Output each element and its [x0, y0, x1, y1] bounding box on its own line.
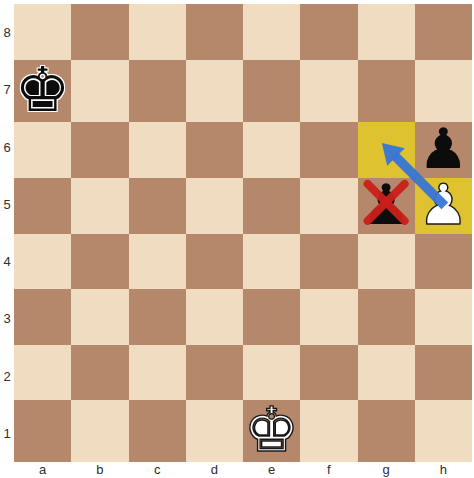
square-a1[interactable] — [14, 400, 71, 462]
square-e6[interactable] — [243, 122, 300, 178]
square-f3[interactable] — [300, 289, 357, 345]
square-c8[interactable] — [129, 4, 186, 60]
square-b1[interactable] — [71, 400, 128, 462]
file-label-c: c — [129, 462, 186, 478]
square-d5[interactable] — [186, 178, 243, 234]
file-label-g: g — [358, 462, 415, 478]
file-label-b: b — [71, 462, 128, 478]
square-b5[interactable] — [71, 178, 128, 234]
square-a6[interactable] — [14, 122, 71, 178]
rank-label-8: 8 — [0, 4, 14, 61]
square-g5[interactable]: ♟ — [358, 178, 415, 234]
piece-black-pawn[interactable]: ♟ — [418, 121, 468, 177]
rank-labels: 87654321 — [0, 4, 14, 462]
square-a5[interactable] — [14, 178, 71, 234]
file-label-a: a — [14, 462, 71, 478]
square-b6[interactable] — [71, 122, 128, 178]
square-h4[interactable] — [415, 234, 472, 290]
file-label-d: d — [186, 462, 243, 478]
square-f6[interactable] — [300, 122, 357, 178]
square-b8[interactable] — [71, 4, 128, 60]
square-h6[interactable]: ♟ — [415, 122, 472, 178]
rank-label-5: 5 — [0, 176, 14, 233]
square-a4[interactable] — [14, 234, 71, 290]
file-label-e: e — [243, 462, 300, 478]
square-g8[interactable] — [358, 4, 415, 60]
chess-board-screenshot: 87654321 ♚♟♟♟♚ abcdefgh — [0, 0, 474, 478]
rank-label-1: 1 — [0, 405, 14, 462]
rank-label-4: 4 — [0, 233, 14, 290]
square-h3[interactable] — [415, 289, 472, 345]
rank-label-3: 3 — [0, 290, 14, 347]
square-a7[interactable]: ♚ — [14, 60, 71, 122]
square-g7[interactable] — [358, 60, 415, 122]
square-e8[interactable] — [243, 4, 300, 60]
square-d4[interactable] — [186, 234, 243, 290]
square-h1[interactable] — [415, 400, 472, 462]
piece-black-king[interactable]: ♚ — [15, 59, 71, 121]
square-e1[interactable]: ♚ — [243, 400, 300, 462]
square-h8[interactable] — [415, 4, 472, 60]
square-e2[interactable] — [243, 345, 300, 401]
square-b4[interactable] — [71, 234, 128, 290]
square-f8[interactable] — [300, 4, 357, 60]
square-a8[interactable] — [14, 4, 71, 60]
square-f5[interactable] — [300, 178, 357, 234]
square-g3[interactable] — [358, 289, 415, 345]
rank-label-6: 6 — [0, 119, 14, 176]
square-c3[interactable] — [129, 289, 186, 345]
square-d6[interactable] — [186, 122, 243, 178]
square-d2[interactable] — [186, 345, 243, 401]
piece-black-pawn[interactable]: ♟ — [361, 177, 411, 233]
square-c1[interactable] — [129, 400, 186, 462]
square-f2[interactable] — [300, 345, 357, 401]
square-f4[interactable] — [300, 234, 357, 290]
square-a2[interactable] — [14, 345, 71, 401]
rank-label-7: 7 — [0, 61, 14, 118]
square-b7[interactable] — [71, 60, 128, 122]
square-h5[interactable]: ♟ — [415, 178, 472, 234]
square-h7[interactable] — [415, 60, 472, 122]
square-c4[interactable] — [129, 234, 186, 290]
square-e7[interactable] — [243, 60, 300, 122]
square-f7[interactable] — [300, 60, 357, 122]
square-b2[interactable] — [71, 345, 128, 401]
square-d8[interactable] — [186, 4, 243, 60]
square-c2[interactable] — [129, 345, 186, 401]
square-d1[interactable] — [186, 400, 243, 462]
square-c6[interactable] — [129, 122, 186, 178]
file-labels: abcdefgh — [14, 462, 472, 478]
square-g1[interactable] — [358, 400, 415, 462]
piece-white-king[interactable]: ♚ — [244, 399, 300, 461]
square-c5[interactable] — [129, 178, 186, 234]
square-e5[interactable] — [243, 178, 300, 234]
square-g2[interactable] — [358, 345, 415, 401]
chess-board: ♚♟♟♟♚ — [14, 4, 472, 462]
file-label-f: f — [300, 462, 357, 478]
square-e3[interactable] — [243, 289, 300, 345]
square-e4[interactable] — [243, 234, 300, 290]
rank-label-2: 2 — [0, 348, 14, 405]
square-d7[interactable] — [186, 60, 243, 122]
square-g6[interactable] — [358, 122, 415, 178]
square-f1[interactable] — [300, 400, 357, 462]
square-b3[interactable] — [71, 289, 128, 345]
square-h2[interactable] — [415, 345, 472, 401]
square-g4[interactable] — [358, 234, 415, 290]
square-d3[interactable] — [186, 289, 243, 345]
square-a3[interactable] — [14, 289, 71, 345]
file-label-h: h — [415, 462, 472, 478]
piece-white-pawn[interactable]: ♟ — [418, 177, 468, 233]
square-c7[interactable] — [129, 60, 186, 122]
